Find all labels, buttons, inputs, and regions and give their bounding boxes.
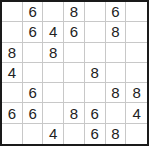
cell-r5c6-given-8[interactable]: 8 <box>106 83 127 103</box>
cell-r2c6-given-8[interactable]: 8 <box>106 22 127 42</box>
cell-r1c1-empty[interactable] <box>2 2 23 22</box>
cell-r3c5-empty[interactable] <box>85 43 106 63</box>
cell-r2c1-empty[interactable] <box>2 22 23 42</box>
cell-r1c3-empty[interactable] <box>43 2 64 22</box>
cell-r1c5-empty[interactable] <box>85 2 106 22</box>
cell-r6c4-given-8[interactable]: 8 <box>64 103 85 123</box>
cell-r6c2-given-6[interactable]: 6 <box>23 103 44 123</box>
cell-r5c3-empty[interactable] <box>43 83 64 103</box>
cell-r7c5-given-6[interactable]: 6 <box>85 124 106 144</box>
cell-r6c1-given-6[interactable]: 6 <box>2 103 23 123</box>
cell-r6c6-empty[interactable] <box>106 103 127 123</box>
cell-r7c4-empty[interactable] <box>64 124 85 144</box>
cell-r4c7-empty[interactable] <box>126 63 147 83</box>
cell-r5c2-given-6[interactable]: 6 <box>23 83 44 103</box>
cell-r5c7-given-8[interactable]: 8 <box>126 83 147 103</box>
cell-r3c4-empty[interactable] <box>64 43 85 63</box>
cell-r6c3-empty[interactable] <box>43 103 64 123</box>
cell-r7c3-given-4[interactable]: 4 <box>43 124 64 144</box>
cell-r7c6-given-8[interactable]: 8 <box>106 124 127 144</box>
cell-r3c7-empty[interactable] <box>126 43 147 63</box>
cell-r6c5-given-6[interactable]: 6 <box>85 103 106 123</box>
cell-r2c3-given-4[interactable]: 4 <box>43 22 64 42</box>
cell-r4c5-given-8[interactable]: 8 <box>85 63 106 83</box>
cell-r2c5-empty[interactable] <box>85 22 106 42</box>
cell-r4c6-empty[interactable] <box>106 63 127 83</box>
cell-r4c2-empty[interactable] <box>23 63 44 83</box>
cell-r3c1-given-8[interactable]: 8 <box>2 43 23 63</box>
sudoku-board: 6866468884868866864468 <box>0 0 149 146</box>
cell-r1c4-given-8[interactable]: 8 <box>64 2 85 22</box>
cell-r4c3-empty[interactable] <box>43 63 64 83</box>
cell-r4c4-empty[interactable] <box>64 63 85 83</box>
cell-r7c1-empty[interactable] <box>2 124 23 144</box>
cell-r4c1-given-4[interactable]: 4 <box>2 63 23 83</box>
cell-r7c7-empty[interactable] <box>126 124 147 144</box>
cell-r3c2-empty[interactable] <box>23 43 44 63</box>
cell-r5c5-empty[interactable] <box>85 83 106 103</box>
cell-r2c4-given-6[interactable]: 6 <box>64 22 85 42</box>
cell-r2c2-given-6[interactable]: 6 <box>23 22 44 42</box>
cell-r1c2-given-6[interactable]: 6 <box>23 2 44 22</box>
cell-r7c2-empty[interactable] <box>23 124 44 144</box>
cell-r5c4-empty[interactable] <box>64 83 85 103</box>
cell-r2c7-empty[interactable] <box>126 22 147 42</box>
cell-r5c1-empty[interactable] <box>2 83 23 103</box>
cell-r1c6-given-6[interactable]: 6 <box>106 2 127 22</box>
cell-r6c7-given-4[interactable]: 4 <box>126 103 147 123</box>
cell-r3c6-empty[interactable] <box>106 43 127 63</box>
cell-r1c7-empty[interactable] <box>126 2 147 22</box>
cell-r3c3-given-8[interactable]: 8 <box>43 43 64 63</box>
